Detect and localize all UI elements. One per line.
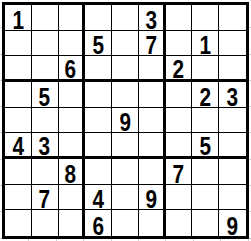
- cell-value: 7: [173, 165, 185, 183]
- cell-r6c2[interactable]: 3: [32, 133, 59, 159]
- cell-r7c5[interactable]: [112, 159, 139, 185]
- cell-r4c4[interactable]: [85, 82, 112, 108]
- cell-r4c9[interactable]: 3: [219, 82, 246, 108]
- cell-value: 9: [119, 113, 131, 131]
- cell-value: 1: [12, 11, 24, 29]
- cell-r2c3[interactable]: [59, 31, 86, 57]
- cell-r6c7[interactable]: [166, 133, 193, 159]
- cell-r2c5[interactable]: [112, 31, 139, 57]
- cell-r6c6[interactable]: [139, 133, 166, 159]
- cell-r6c1[interactable]: 4: [5, 133, 32, 159]
- cell-r5c3[interactable]: [59, 108, 86, 134]
- cell-r7c8[interactable]: [192, 159, 219, 185]
- cell-r9c8[interactable]: [192, 210, 219, 236]
- cell-value: 3: [39, 137, 51, 155]
- cell-r1c9[interactable]: [219, 5, 246, 31]
- cell-r4c3[interactable]: [59, 82, 86, 108]
- cell-r8c5[interactable]: [112, 185, 139, 211]
- cell-r9c9[interactable]: 9: [219, 210, 246, 236]
- cell-value: 5: [92, 36, 104, 54]
- cell-r2c9[interactable]: [219, 31, 246, 57]
- cell-value: 5: [200, 137, 212, 155]
- cell-value: 2: [173, 60, 185, 78]
- cell-r2c2[interactable]: [32, 31, 59, 57]
- cell-value: 9: [145, 190, 157, 208]
- cell-value: 4: [12, 137, 24, 155]
- cell-r9c4[interactable]: 6: [85, 210, 112, 236]
- cell-value: 1: [200, 36, 212, 54]
- cell-value: 8: [65, 165, 77, 183]
- cell-r1c8[interactable]: [192, 5, 219, 31]
- cell-r8c8[interactable]: [192, 185, 219, 211]
- cell-r8c6[interactable]: 9: [139, 185, 166, 211]
- cell-value: 7: [145, 36, 157, 54]
- cell-r3c2[interactable]: [32, 56, 59, 82]
- cell-r4c6[interactable]: [139, 82, 166, 108]
- cell-r7c3[interactable]: 8: [59, 159, 86, 185]
- cell-r6c8[interactable]: 5: [192, 133, 219, 159]
- cell-r4c8[interactable]: 2: [192, 82, 219, 108]
- cell-r8c4[interactable]: 4: [85, 185, 112, 211]
- cell-r3c5[interactable]: [112, 56, 139, 82]
- cell-value: 6: [65, 60, 77, 78]
- cell-r2c6[interactable]: 7: [139, 31, 166, 57]
- cell-r8c9[interactable]: [219, 185, 246, 211]
- cell-value: 2: [200, 88, 212, 106]
- cell-value: 3: [145, 11, 157, 29]
- cell-r4c2[interactable]: 5: [32, 82, 59, 108]
- sudoku-screenshot: 135716252394358774969: [0, 0, 251, 241]
- cell-r1c6[interactable]: 3: [139, 5, 166, 31]
- cell-r1c5[interactable]: [112, 5, 139, 31]
- cell-r9c7[interactable]: [166, 210, 193, 236]
- cell-r7c7[interactable]: 7: [166, 159, 193, 185]
- cell-r3c9[interactable]: [219, 56, 246, 82]
- cell-value: 5: [39, 88, 51, 106]
- cell-r5c7[interactable]: [166, 108, 193, 134]
- cell-value: 6: [92, 217, 104, 235]
- cell-r7c4[interactable]: [85, 159, 112, 185]
- cell-r5c1[interactable]: [5, 108, 32, 134]
- cell-r2c7[interactable]: [166, 31, 193, 57]
- cell-r7c1[interactable]: [5, 159, 32, 185]
- cell-value: 9: [227, 217, 239, 235]
- cell-r1c2[interactable]: [32, 5, 59, 31]
- cell-r9c3[interactable]: [59, 210, 86, 236]
- cell-r6c3[interactable]: [59, 133, 86, 159]
- cell-r7c6[interactable]: [139, 159, 166, 185]
- cell-r9c5[interactable]: [112, 210, 139, 236]
- cell-r4c5[interactable]: [112, 82, 139, 108]
- cell-r3c1[interactable]: [5, 56, 32, 82]
- cell-r9c1[interactable]: [5, 210, 32, 236]
- cell-r8c1[interactable]: [5, 185, 32, 211]
- cell-r7c9[interactable]: [219, 159, 246, 185]
- cell-r3c3[interactable]: 6: [59, 56, 86, 82]
- sudoku-board: 135716252394358774969: [2, 2, 249, 239]
- cell-value: 7: [39, 190, 51, 208]
- cell-r1c1[interactable]: 1: [5, 5, 32, 31]
- cell-r2c4[interactable]: 5: [85, 31, 112, 57]
- cell-value: 3: [227, 88, 239, 106]
- cell-value: 4: [92, 190, 104, 208]
- cell-r1c3[interactable]: [59, 5, 86, 31]
- cell-r6c9[interactable]: [219, 133, 246, 159]
- cell-r4c1[interactable]: [5, 82, 32, 108]
- cell-r3c7[interactable]: 2: [166, 56, 193, 82]
- cell-r4c7[interactable]: [166, 82, 193, 108]
- cell-r5c6[interactable]: [139, 108, 166, 134]
- cell-r1c7[interactable]: [166, 5, 193, 31]
- cell-r5c4[interactable]: [85, 108, 112, 134]
- cell-r6c4[interactable]: [85, 133, 112, 159]
- cell-r1c4[interactable]: [85, 5, 112, 31]
- cell-r7c2[interactable]: [32, 159, 59, 185]
- spreadsheet-gridline-ticks-right: [249, 2, 251, 239]
- cell-r5c5[interactable]: 9: [112, 108, 139, 134]
- cell-r2c8[interactable]: 1: [192, 31, 219, 57]
- cell-r8c2[interactable]: 7: [32, 185, 59, 211]
